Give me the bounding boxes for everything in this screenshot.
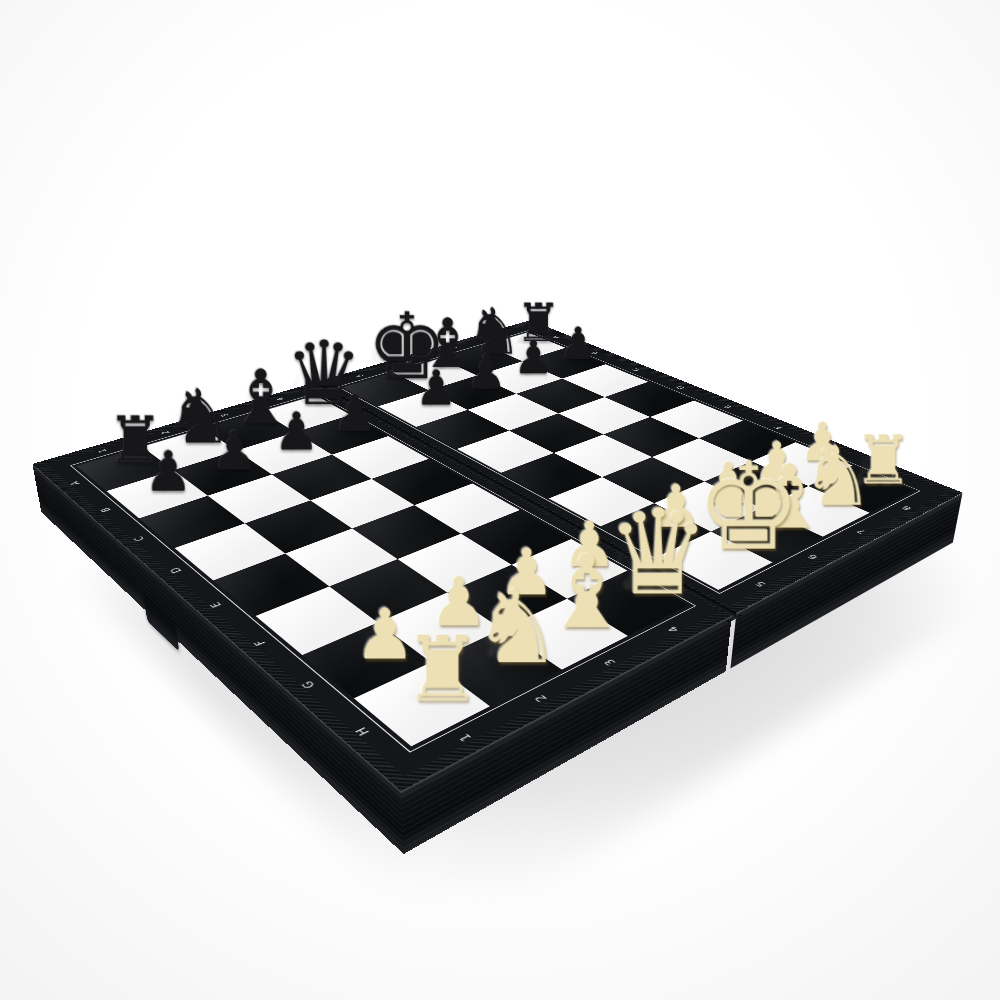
white-rook-a1[interactable]: ♜ bbox=[393, 625, 492, 715]
black-pawn-b7[interactable]: ♟ bbox=[198, 424, 270, 478]
square-b5[interactable] bbox=[245, 500, 352, 553]
product-photo-scene: 11223344ABCDEFGH 55667788ABCDEFGH ♜♜♞♞♝♝… bbox=[0, 0, 1000, 1000]
square-b4[interactable] bbox=[285, 528, 397, 586]
square-c5[interactable] bbox=[310, 479, 414, 529]
chessboard: 11223344ABCDEFGH 55667788ABCDEFGH ♜♜♞♞♝♝… bbox=[32, 320, 962, 791]
square-c4[interactable] bbox=[352, 505, 461, 559]
black-pawn-a7[interactable]: ♟ bbox=[131, 444, 206, 500]
